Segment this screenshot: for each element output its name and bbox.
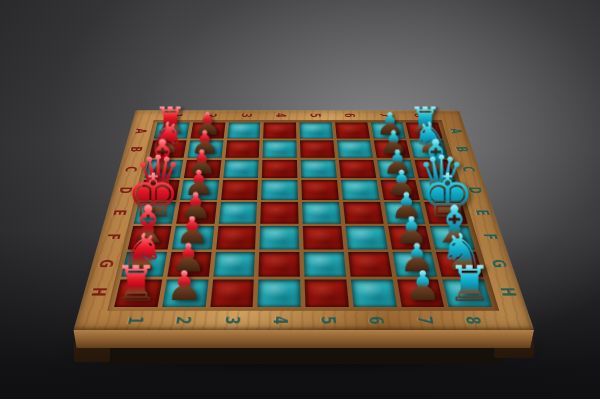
- square-g4[interactable]: [259, 252, 300, 277]
- square-h8[interactable]: ♜: [443, 280, 493, 307]
- coord-back-2: 2: [200, 107, 221, 124]
- square-g5[interactable]: [304, 252, 346, 277]
- blue-rook-h8[interactable]: ♜: [432, 264, 508, 304]
- square-d5[interactable]: [301, 180, 338, 200]
- board-front-edge: [74, 330, 535, 348]
- coord-back-1: 1: [165, 107, 187, 124]
- red-rook-h1[interactable]: ♜: [98, 264, 174, 304]
- coord-left-b: B: [116, 144, 156, 154]
- board-grid: ♜♟♟♜♞♟♟♞♝♟♟♝♛♟♟♛♚♟♟♚♝♟♟♝♞♟♟♞♜♟♟♜: [107, 120, 499, 311]
- square-e4[interactable]: [260, 202, 298, 223]
- square-a4[interactable]: [263, 122, 296, 138]
- coord-back-7: 7: [373, 107, 395, 124]
- coord-back-8: 8: [407, 107, 430, 124]
- coord-right-b: B: [441, 144, 481, 154]
- square-c4[interactable]: [262, 159, 297, 177]
- square-c5[interactable]: [301, 159, 337, 177]
- coord-back-3: 3: [235, 107, 255, 124]
- chess-scene: 12345678 12345678 ABCDEFGH ABCDEFGH ♜♟♟♜…: [0, 0, 600, 399]
- square-f4[interactable]: [260, 226, 300, 249]
- coord-back-6: 6: [339, 107, 360, 124]
- coord-left-a: A: [121, 126, 159, 136]
- square-b5[interactable]: [300, 140, 335, 157]
- square-e5[interactable]: [302, 202, 341, 223]
- coords-front-numbers: 12345678: [109, 312, 499, 330]
- coord-right-a: A: [436, 126, 475, 136]
- square-b4[interactable]: [263, 140, 297, 157]
- square-d4[interactable]: [261, 180, 298, 200]
- square-f5[interactable]: [303, 226, 343, 249]
- coord-back-5: 5: [305, 107, 325, 124]
- square-h5[interactable]: [305, 280, 349, 307]
- square-h1[interactable]: ♜: [114, 280, 162, 307]
- square-h4[interactable]: [258, 280, 301, 307]
- coord-back-4: 4: [271, 107, 290, 124]
- chess-board: 12345678 12345678 ABCDEFGH ABCDEFGH ♜♟♟♜…: [74, 110, 535, 330]
- square-a5[interactable]: [299, 122, 333, 138]
